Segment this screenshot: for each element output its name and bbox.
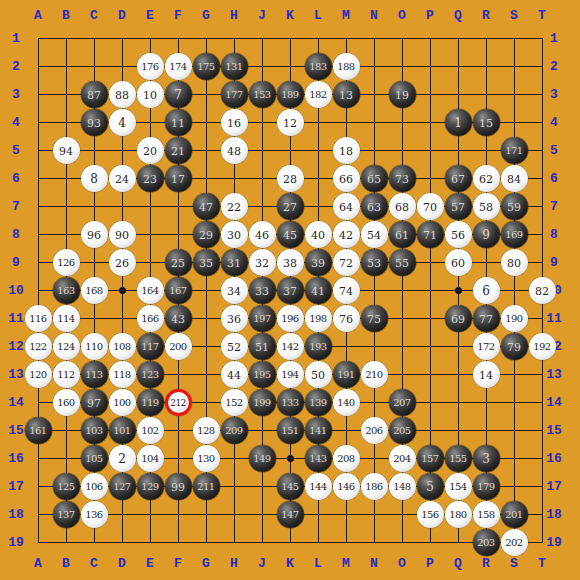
intersection-C4[interactable]: 93 bbox=[80, 108, 108, 136]
intersection-R7[interactable]: 58 bbox=[472, 192, 500, 220]
intersection-H2[interactable]: 131 bbox=[220, 52, 248, 80]
intersection-J10[interactable]: 33 bbox=[248, 276, 276, 304]
intersection-H13[interactable]: 44 bbox=[220, 360, 248, 388]
intersection-K16[interactable] bbox=[276, 444, 304, 472]
intersection-E7[interactable] bbox=[136, 192, 164, 220]
intersection-J3[interactable]: 153 bbox=[248, 80, 276, 108]
intersection-R14[interactable] bbox=[472, 388, 500, 416]
intersection-O5[interactable] bbox=[388, 136, 416, 164]
intersection-M13[interactable]: 191 bbox=[332, 360, 360, 388]
intersection-F14[interactable]: 212 bbox=[164, 388, 192, 416]
intersection-S16[interactable] bbox=[500, 444, 528, 472]
intersection-B14[interactable]: 160 bbox=[52, 388, 80, 416]
intersection-D4[interactable]: 4 bbox=[108, 108, 136, 136]
intersection-D10[interactable] bbox=[108, 276, 136, 304]
intersection-D16[interactable]: 2 bbox=[108, 444, 136, 472]
intersection-L15[interactable]: 141 bbox=[304, 416, 332, 444]
intersection-D15[interactable]: 101 bbox=[108, 416, 136, 444]
intersection-R17[interactable]: 179 bbox=[472, 472, 500, 500]
intersection-P11[interactable] bbox=[416, 304, 444, 332]
intersection-S6[interactable]: 84 bbox=[500, 164, 528, 192]
intersection-N13[interactable]: 210 bbox=[360, 360, 388, 388]
intersection-R12[interactable]: 172 bbox=[472, 332, 500, 360]
intersection-Q13[interactable] bbox=[444, 360, 472, 388]
intersection-B10[interactable]: 163 bbox=[52, 276, 80, 304]
intersection-G17[interactable]: 211 bbox=[192, 472, 220, 500]
intersection-S18[interactable]: 201 bbox=[500, 500, 528, 528]
intersection-E1[interactable] bbox=[136, 24, 164, 52]
intersection-H10[interactable]: 34 bbox=[220, 276, 248, 304]
intersection-D11[interactable] bbox=[108, 304, 136, 332]
intersection-F10[interactable]: 167 bbox=[164, 276, 192, 304]
intersection-C7[interactable] bbox=[80, 192, 108, 220]
intersection-E3[interactable]: 10 bbox=[136, 80, 164, 108]
intersection-O3[interactable]: 19 bbox=[388, 80, 416, 108]
intersection-N17[interactable]: 186 bbox=[360, 472, 388, 500]
intersection-N3[interactable] bbox=[360, 80, 388, 108]
intersection-N16[interactable] bbox=[360, 444, 388, 472]
intersection-S14[interactable] bbox=[500, 388, 528, 416]
intersection-G5[interactable] bbox=[192, 136, 220, 164]
intersection-E11[interactable]: 166 bbox=[136, 304, 164, 332]
intersection-K3[interactable]: 189 bbox=[276, 80, 304, 108]
intersection-F2[interactable]: 174 bbox=[164, 52, 192, 80]
intersection-D2[interactable] bbox=[108, 52, 136, 80]
intersection-H7[interactable]: 22 bbox=[220, 192, 248, 220]
intersection-L3[interactable]: 182 bbox=[304, 80, 332, 108]
intersection-S17[interactable] bbox=[500, 472, 528, 500]
intersection-R3[interactable] bbox=[472, 80, 500, 108]
intersection-B5[interactable]: 94 bbox=[52, 136, 80, 164]
intersection-R11[interactable]: 77 bbox=[472, 304, 500, 332]
intersection-N2[interactable] bbox=[360, 52, 388, 80]
intersection-P16[interactable]: 157 bbox=[416, 444, 444, 472]
intersection-B16[interactable] bbox=[52, 444, 80, 472]
intersection-N14[interactable] bbox=[360, 388, 388, 416]
intersection-H6[interactable] bbox=[220, 164, 248, 192]
intersection-P7[interactable]: 70 bbox=[416, 192, 444, 220]
intersection-S8[interactable]: 169 bbox=[500, 220, 528, 248]
intersection-P17[interactable]: 5 bbox=[416, 472, 444, 500]
intersection-P18[interactable]: 156 bbox=[416, 500, 444, 528]
intersection-G14[interactable] bbox=[192, 388, 220, 416]
intersection-J17[interactable] bbox=[248, 472, 276, 500]
intersection-G6[interactable] bbox=[192, 164, 220, 192]
intersection-K13[interactable]: 194 bbox=[276, 360, 304, 388]
intersection-J12[interactable]: 51 bbox=[248, 332, 276, 360]
intersection-M8[interactable]: 42 bbox=[332, 220, 360, 248]
intersection-K15[interactable]: 151 bbox=[276, 416, 304, 444]
intersection-O11[interactable] bbox=[388, 304, 416, 332]
intersection-R1[interactable] bbox=[472, 24, 500, 52]
intersection-J16[interactable]: 149 bbox=[248, 444, 276, 472]
intersection-Q18[interactable]: 180 bbox=[444, 500, 472, 528]
intersection-P1[interactable] bbox=[416, 24, 444, 52]
intersection-R5[interactable] bbox=[472, 136, 500, 164]
intersection-R13[interactable]: 14 bbox=[472, 360, 500, 388]
intersection-Q9[interactable]: 60 bbox=[444, 248, 472, 276]
intersection-L8[interactable]: 40 bbox=[304, 220, 332, 248]
intersection-C16[interactable]: 105 bbox=[80, 444, 108, 472]
intersection-B8[interactable] bbox=[52, 220, 80, 248]
intersection-H18[interactable] bbox=[220, 500, 248, 528]
intersection-C10[interactable]: 168 bbox=[80, 276, 108, 304]
intersection-Q15[interactable] bbox=[444, 416, 472, 444]
intersection-D18[interactable] bbox=[108, 500, 136, 528]
intersection-R4[interactable]: 15 bbox=[472, 108, 500, 136]
intersection-F18[interactable] bbox=[164, 500, 192, 528]
intersection-O2[interactable] bbox=[388, 52, 416, 80]
intersection-O4[interactable] bbox=[388, 108, 416, 136]
intersection-F9[interactable]: 25 bbox=[164, 248, 192, 276]
intersection-O1[interactable] bbox=[388, 24, 416, 52]
intersection-O13[interactable] bbox=[388, 360, 416, 388]
intersection-O16[interactable]: 204 bbox=[388, 444, 416, 472]
intersection-J2[interactable] bbox=[248, 52, 276, 80]
intersection-O12[interactable] bbox=[388, 332, 416, 360]
intersection-L13[interactable]: 50 bbox=[304, 360, 332, 388]
intersection-K12[interactable]: 142 bbox=[276, 332, 304, 360]
intersection-P8[interactable]: 71 bbox=[416, 220, 444, 248]
intersection-D3[interactable]: 88 bbox=[108, 80, 136, 108]
intersection-K8[interactable]: 45 bbox=[276, 220, 304, 248]
intersection-N8[interactable]: 54 bbox=[360, 220, 388, 248]
intersection-Q5[interactable] bbox=[444, 136, 472, 164]
intersection-Q7[interactable]: 57 bbox=[444, 192, 472, 220]
intersection-E18[interactable] bbox=[136, 500, 164, 528]
intersection-O18[interactable] bbox=[388, 500, 416, 528]
intersection-N1[interactable] bbox=[360, 24, 388, 52]
intersection-K2[interactable] bbox=[276, 52, 304, 80]
intersection-G8[interactable]: 29 bbox=[192, 220, 220, 248]
intersection-H15[interactable]: 209 bbox=[220, 416, 248, 444]
intersection-K4[interactable]: 12 bbox=[276, 108, 304, 136]
intersection-M14[interactable]: 140 bbox=[332, 388, 360, 416]
intersection-B11[interactable]: 114 bbox=[52, 304, 80, 332]
intersection-G12[interactable] bbox=[192, 332, 220, 360]
intersection-L7[interactable] bbox=[304, 192, 332, 220]
intersection-F4[interactable]: 11 bbox=[164, 108, 192, 136]
intersection-C14[interactable]: 97 bbox=[80, 388, 108, 416]
intersection-J4[interactable] bbox=[248, 108, 276, 136]
intersection-F15[interactable] bbox=[164, 416, 192, 444]
intersection-L4[interactable] bbox=[304, 108, 332, 136]
intersection-S3[interactable] bbox=[500, 80, 528, 108]
intersection-C2[interactable] bbox=[80, 52, 108, 80]
intersection-L11[interactable]: 198 bbox=[304, 304, 332, 332]
intersection-D17[interactable]: 127 bbox=[108, 472, 136, 500]
intersection-B9[interactable]: 126 bbox=[52, 248, 80, 276]
intersection-J18[interactable] bbox=[248, 500, 276, 528]
intersection-L17[interactable]: 144 bbox=[304, 472, 332, 500]
intersection-B4[interactable] bbox=[52, 108, 80, 136]
intersection-K18[interactable]: 147 bbox=[276, 500, 304, 528]
intersection-D7[interactable] bbox=[108, 192, 136, 220]
intersection-P12[interactable] bbox=[416, 332, 444, 360]
intersection-N18[interactable] bbox=[360, 500, 388, 528]
intersection-B15[interactable] bbox=[52, 416, 80, 444]
intersection-B17[interactable]: 125 bbox=[52, 472, 80, 500]
intersection-J15[interactable] bbox=[248, 416, 276, 444]
intersection-G4[interactable] bbox=[192, 108, 220, 136]
intersection-R2[interactable] bbox=[472, 52, 500, 80]
intersection-S5[interactable]: 171 bbox=[500, 136, 528, 164]
intersection-P5[interactable] bbox=[416, 136, 444, 164]
intersection-J7[interactable] bbox=[248, 192, 276, 220]
intersection-K5[interactable] bbox=[276, 136, 304, 164]
intersection-G1[interactable] bbox=[192, 24, 220, 52]
intersection-L6[interactable] bbox=[304, 164, 332, 192]
intersection-B12[interactable]: 124 bbox=[52, 332, 80, 360]
intersection-K1[interactable] bbox=[276, 24, 304, 52]
intersection-K10[interactable]: 37 bbox=[276, 276, 304, 304]
intersection-F7[interactable] bbox=[164, 192, 192, 220]
intersection-B13[interactable]: 112 bbox=[52, 360, 80, 388]
intersection-R18[interactable]: 158 bbox=[472, 500, 500, 528]
intersection-E6[interactable]: 23 bbox=[136, 164, 164, 192]
intersection-B2[interactable] bbox=[52, 52, 80, 80]
intersection-K9[interactable]: 38 bbox=[276, 248, 304, 276]
intersection-O14[interactable]: 207 bbox=[388, 388, 416, 416]
intersection-N12[interactable] bbox=[360, 332, 388, 360]
intersection-E2[interactable]: 176 bbox=[136, 52, 164, 80]
intersection-M7[interactable]: 64 bbox=[332, 192, 360, 220]
intersection-H14[interactable]: 152 bbox=[220, 388, 248, 416]
intersection-F11[interactable]: 43 bbox=[164, 304, 192, 332]
intersection-M16[interactable]: 208 bbox=[332, 444, 360, 472]
intersection-S11[interactable]: 190 bbox=[500, 304, 528, 332]
intersection-D13[interactable]: 118 bbox=[108, 360, 136, 388]
intersection-P15[interactable] bbox=[416, 416, 444, 444]
intersection-B6[interactable] bbox=[52, 164, 80, 192]
intersection-P6[interactable] bbox=[416, 164, 444, 192]
intersection-C1[interactable] bbox=[80, 24, 108, 52]
intersection-Q12[interactable] bbox=[444, 332, 472, 360]
intersection-E4[interactable] bbox=[136, 108, 164, 136]
intersection-L1[interactable] bbox=[304, 24, 332, 52]
intersection-G7[interactable]: 47 bbox=[192, 192, 220, 220]
intersection-R10[interactable]: 6 bbox=[472, 276, 500, 304]
intersection-S1[interactable] bbox=[500, 24, 528, 52]
intersection-P13[interactable] bbox=[416, 360, 444, 388]
intersection-C5[interactable] bbox=[80, 136, 108, 164]
intersection-G13[interactable] bbox=[192, 360, 220, 388]
intersection-S12[interactable]: 79 bbox=[500, 332, 528, 360]
intersection-S7[interactable]: 59 bbox=[500, 192, 528, 220]
intersection-C8[interactable]: 96 bbox=[80, 220, 108, 248]
intersection-C17[interactable]: 106 bbox=[80, 472, 108, 500]
intersection-N7[interactable]: 63 bbox=[360, 192, 388, 220]
intersection-F16[interactable] bbox=[164, 444, 192, 472]
intersection-M17[interactable]: 146 bbox=[332, 472, 360, 500]
intersection-F1[interactable] bbox=[164, 24, 192, 52]
intersection-D8[interactable]: 90 bbox=[108, 220, 136, 248]
intersection-E10[interactable]: 164 bbox=[136, 276, 164, 304]
intersection-M3[interactable]: 13 bbox=[332, 80, 360, 108]
intersection-J1[interactable] bbox=[248, 24, 276, 52]
intersection-L10[interactable]: 41 bbox=[304, 276, 332, 304]
intersection-M9[interactable]: 72 bbox=[332, 248, 360, 276]
intersection-J14[interactable]: 199 bbox=[248, 388, 276, 416]
intersection-H9[interactable]: 31 bbox=[220, 248, 248, 276]
intersection-E5[interactable]: 20 bbox=[136, 136, 164, 164]
intersection-R8[interactable]: 9 bbox=[472, 220, 500, 248]
intersection-C3[interactable]: 87 bbox=[80, 80, 108, 108]
intersection-M10[interactable]: 74 bbox=[332, 276, 360, 304]
intersection-D1[interactable] bbox=[108, 24, 136, 52]
intersection-D5[interactable] bbox=[108, 136, 136, 164]
intersection-F8[interactable] bbox=[164, 220, 192, 248]
intersection-B3[interactable] bbox=[52, 80, 80, 108]
intersection-O15[interactable]: 205 bbox=[388, 416, 416, 444]
intersection-Q1[interactable] bbox=[444, 24, 472, 52]
intersection-J13[interactable]: 195 bbox=[248, 360, 276, 388]
intersection-H4[interactable]: 16 bbox=[220, 108, 248, 136]
intersection-F6[interactable]: 17 bbox=[164, 164, 192, 192]
intersection-N4[interactable] bbox=[360, 108, 388, 136]
intersection-L14[interactable]: 139 bbox=[304, 388, 332, 416]
intersection-N6[interactable]: 65 bbox=[360, 164, 388, 192]
intersection-G3[interactable] bbox=[192, 80, 220, 108]
intersection-J5[interactable] bbox=[248, 136, 276, 164]
intersection-O7[interactable]: 68 bbox=[388, 192, 416, 220]
intersection-R16[interactable]: 3 bbox=[472, 444, 500, 472]
intersection-B7[interactable] bbox=[52, 192, 80, 220]
intersection-C11[interactable] bbox=[80, 304, 108, 332]
intersection-E14[interactable]: 119 bbox=[136, 388, 164, 416]
intersection-C6[interactable]: 8 bbox=[80, 164, 108, 192]
intersection-D9[interactable]: 26 bbox=[108, 248, 136, 276]
intersection-H1[interactable] bbox=[220, 24, 248, 52]
intersection-J8[interactable]: 46 bbox=[248, 220, 276, 248]
intersection-H12[interactable]: 52 bbox=[220, 332, 248, 360]
intersection-R6[interactable]: 62 bbox=[472, 164, 500, 192]
intersection-D14[interactable]: 100 bbox=[108, 388, 136, 416]
intersection-M11[interactable]: 76 bbox=[332, 304, 360, 332]
intersection-C12[interactable]: 110 bbox=[80, 332, 108, 360]
intersection-G10[interactable] bbox=[192, 276, 220, 304]
intersection-H16[interactable] bbox=[220, 444, 248, 472]
intersection-O6[interactable]: 73 bbox=[388, 164, 416, 192]
intersection-J11[interactable]: 197 bbox=[248, 304, 276, 332]
intersection-Q4[interactable]: 1 bbox=[444, 108, 472, 136]
intersection-S10[interactable] bbox=[500, 276, 528, 304]
intersection-N10[interactable] bbox=[360, 276, 388, 304]
intersection-G11[interactable] bbox=[192, 304, 220, 332]
intersection-S15[interactable] bbox=[500, 416, 528, 444]
intersection-M6[interactable]: 66 bbox=[332, 164, 360, 192]
intersection-M1[interactable] bbox=[332, 24, 360, 52]
intersection-S4[interactable] bbox=[500, 108, 528, 136]
intersection-H8[interactable]: 30 bbox=[220, 220, 248, 248]
intersection-L9[interactable]: 39 bbox=[304, 248, 332, 276]
intersection-K7[interactable]: 27 bbox=[276, 192, 304, 220]
intersection-O10[interactable] bbox=[388, 276, 416, 304]
intersection-Q11[interactable]: 69 bbox=[444, 304, 472, 332]
intersection-Q14[interactable] bbox=[444, 388, 472, 416]
intersection-M18[interactable] bbox=[332, 500, 360, 528]
intersection-R9[interactable] bbox=[472, 248, 500, 276]
intersection-Q8[interactable]: 56 bbox=[444, 220, 472, 248]
intersection-S9[interactable]: 80 bbox=[500, 248, 528, 276]
intersection-Q10[interactable] bbox=[444, 276, 472, 304]
intersection-C9[interactable] bbox=[80, 248, 108, 276]
intersection-M5[interactable]: 18 bbox=[332, 136, 360, 164]
intersection-C13[interactable]: 113 bbox=[80, 360, 108, 388]
intersection-O8[interactable]: 61 bbox=[388, 220, 416, 248]
intersection-F3[interactable]: 7 bbox=[164, 80, 192, 108]
intersection-M12[interactable] bbox=[332, 332, 360, 360]
intersection-F13[interactable] bbox=[164, 360, 192, 388]
intersection-G15[interactable]: 128 bbox=[192, 416, 220, 444]
intersection-P14[interactable] bbox=[416, 388, 444, 416]
intersection-H11[interactable]: 36 bbox=[220, 304, 248, 332]
intersection-N15[interactable]: 206 bbox=[360, 416, 388, 444]
intersection-O9[interactable]: 55 bbox=[388, 248, 416, 276]
intersection-D12[interactable]: 108 bbox=[108, 332, 136, 360]
intersection-E9[interactable] bbox=[136, 248, 164, 276]
intersection-C18[interactable]: 136 bbox=[80, 500, 108, 528]
intersection-F5[interactable]: 21 bbox=[164, 136, 192, 164]
intersection-Q17[interactable]: 154 bbox=[444, 472, 472, 500]
intersection-Q2[interactable] bbox=[444, 52, 472, 80]
intersection-G2[interactable]: 175 bbox=[192, 52, 220, 80]
intersection-S2[interactable] bbox=[500, 52, 528, 80]
intersection-O17[interactable]: 148 bbox=[388, 472, 416, 500]
intersection-G16[interactable]: 130 bbox=[192, 444, 220, 472]
intersection-L12[interactable]: 193 bbox=[304, 332, 332, 360]
intersection-H5[interactable]: 48 bbox=[220, 136, 248, 164]
intersection-L2[interactable]: 183 bbox=[304, 52, 332, 80]
intersection-P2[interactable] bbox=[416, 52, 444, 80]
intersection-E16[interactable]: 104 bbox=[136, 444, 164, 472]
intersection-G9[interactable]: 35 bbox=[192, 248, 220, 276]
intersection-N11[interactable]: 75 bbox=[360, 304, 388, 332]
intersection-K14[interactable]: 133 bbox=[276, 388, 304, 416]
intersection-E15[interactable]: 102 bbox=[136, 416, 164, 444]
intersection-B18[interactable]: 137 bbox=[52, 500, 80, 528]
intersection-L5[interactable] bbox=[304, 136, 332, 164]
intersection-K6[interactable]: 28 bbox=[276, 164, 304, 192]
intersection-K11[interactable]: 196 bbox=[276, 304, 304, 332]
intersection-N9[interactable]: 53 bbox=[360, 248, 388, 276]
intersection-M15[interactable] bbox=[332, 416, 360, 444]
intersection-F17[interactable]: 99 bbox=[164, 472, 192, 500]
intersection-J6[interactable] bbox=[248, 164, 276, 192]
intersection-Q6[interactable]: 67 bbox=[444, 164, 472, 192]
intersection-D6[interactable]: 24 bbox=[108, 164, 136, 192]
intersection-L16[interactable]: 143 bbox=[304, 444, 332, 472]
intersection-P4[interactable] bbox=[416, 108, 444, 136]
intersection-S13[interactable] bbox=[500, 360, 528, 388]
intersection-H3[interactable]: 177 bbox=[220, 80, 248, 108]
intersection-M4[interactable] bbox=[332, 108, 360, 136]
intersection-R15[interactable] bbox=[472, 416, 500, 444]
intersection-E17[interactable]: 129 bbox=[136, 472, 164, 500]
intersection-G18[interactable] bbox=[192, 500, 220, 528]
intersection-M2[interactable]: 188 bbox=[332, 52, 360, 80]
intersection-K17[interactable]: 145 bbox=[276, 472, 304, 500]
intersection-E13[interactable]: 123 bbox=[136, 360, 164, 388]
intersection-P3[interactable] bbox=[416, 80, 444, 108]
intersection-F12[interactable]: 200 bbox=[164, 332, 192, 360]
intersection-H17[interactable] bbox=[220, 472, 248, 500]
intersection-Q3[interactable] bbox=[444, 80, 472, 108]
intersection-C15[interactable]: 103 bbox=[80, 416, 108, 444]
intersection-N5[interactable] bbox=[360, 136, 388, 164]
intersection-J9[interactable]: 32 bbox=[248, 248, 276, 276]
intersection-P10[interactable] bbox=[416, 276, 444, 304]
